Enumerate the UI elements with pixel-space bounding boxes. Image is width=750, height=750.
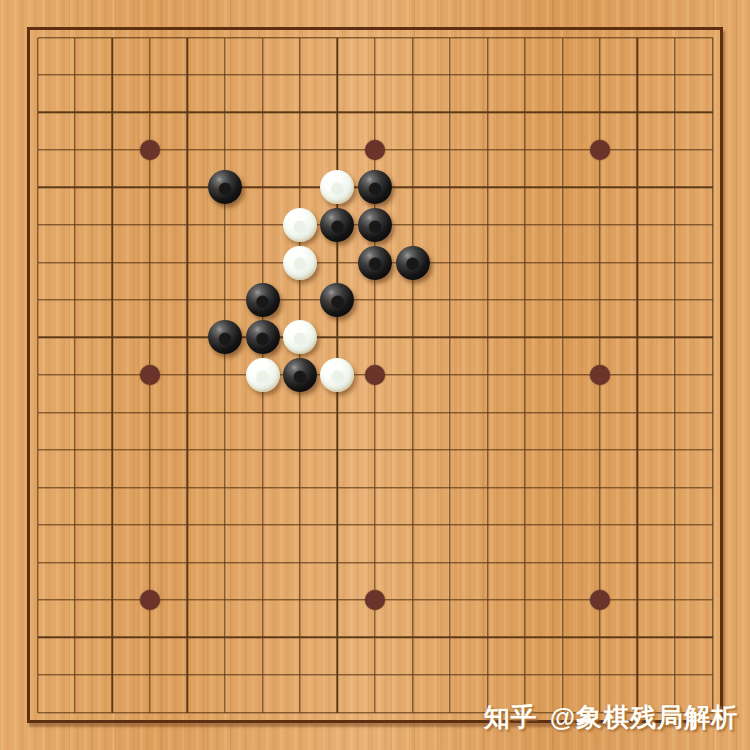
grid-line-vertical xyxy=(524,38,525,713)
black-stone[interactable]: ● xyxy=(246,283,280,317)
black-stone[interactable]: ● xyxy=(320,208,354,242)
white-stone-glyph: ● xyxy=(329,361,347,390)
black-stone-glyph: ● xyxy=(254,286,272,315)
star-point xyxy=(590,590,610,610)
black-stone-glyph: ● xyxy=(366,173,384,202)
white-stone-glyph: ● xyxy=(291,211,309,240)
black-stone[interactable]: ● xyxy=(320,283,354,317)
star-point xyxy=(590,365,610,385)
grid-line-vertical xyxy=(712,38,713,713)
star-point xyxy=(365,590,385,610)
grid-line-horizontal xyxy=(38,562,713,563)
grid-line-vertical xyxy=(674,38,675,713)
watermark-site: 知乎 xyxy=(484,700,538,735)
black-stone[interactable]: ● xyxy=(358,170,392,204)
white-stone[interactable]: ● xyxy=(283,208,317,242)
grid-line-vertical xyxy=(562,38,563,713)
board-grid[interactable]: ●●●●●●●●●●●●●●●●● xyxy=(38,38,713,713)
black-stone-glyph: ● xyxy=(329,211,347,240)
white-stone[interactable]: ● xyxy=(320,358,354,392)
black-stone[interactable]: ● xyxy=(358,208,392,242)
white-stone-glyph: ● xyxy=(329,173,347,202)
white-stone[interactable]: ● xyxy=(246,358,280,392)
star-point xyxy=(140,365,160,385)
black-stone[interactable]: ● xyxy=(396,246,430,280)
grid-line-vertical xyxy=(637,38,638,713)
grid-line-horizontal xyxy=(38,449,713,450)
grid-line-horizontal xyxy=(38,637,713,638)
star-point xyxy=(365,365,385,385)
white-stone-glyph: ● xyxy=(254,361,272,390)
watermark: 知乎 @象棋残局解析 xyxy=(484,700,738,735)
grid-line-vertical xyxy=(487,38,488,713)
white-stone-glyph: ● xyxy=(291,248,309,277)
grid-line-vertical xyxy=(449,38,450,713)
grid-line-vertical xyxy=(412,38,413,713)
black-stone[interactable]: ● xyxy=(246,320,280,354)
black-stone[interactable]: ● xyxy=(358,246,392,280)
black-stone-glyph: ● xyxy=(291,361,309,390)
black-stone-glyph: ● xyxy=(366,211,384,240)
black-stone-glyph: ● xyxy=(254,323,272,352)
black-stone[interactable]: ● xyxy=(208,320,242,354)
black-stone-glyph: ● xyxy=(366,248,384,277)
grid-line-horizontal xyxy=(38,524,713,525)
black-stone-glyph: ● xyxy=(329,286,347,315)
grid-line-horizontal xyxy=(38,674,713,675)
black-stone[interactable]: ● xyxy=(283,358,317,392)
white-stone[interactable]: ● xyxy=(283,320,317,354)
black-stone-glyph: ● xyxy=(404,248,422,277)
star-point xyxy=(590,140,610,160)
go-board-scene: ●●●●●●●●●●●●●●●●● 知乎 @象棋残局解析 xyxy=(0,0,750,750)
watermark-handle: @象棋残局解析 xyxy=(550,700,738,735)
black-stone[interactable]: ● xyxy=(208,170,242,204)
black-stone-glyph: ● xyxy=(216,323,234,352)
grid-line-horizontal xyxy=(38,412,713,413)
star-point xyxy=(140,140,160,160)
black-stone-glyph: ● xyxy=(216,173,234,202)
white-stone[interactable]: ● xyxy=(283,246,317,280)
grid-line-horizontal xyxy=(38,487,713,488)
star-point xyxy=(140,590,160,610)
white-stone-glyph: ● xyxy=(291,323,309,352)
star-point xyxy=(365,140,385,160)
white-stone[interactable]: ● xyxy=(320,170,354,204)
